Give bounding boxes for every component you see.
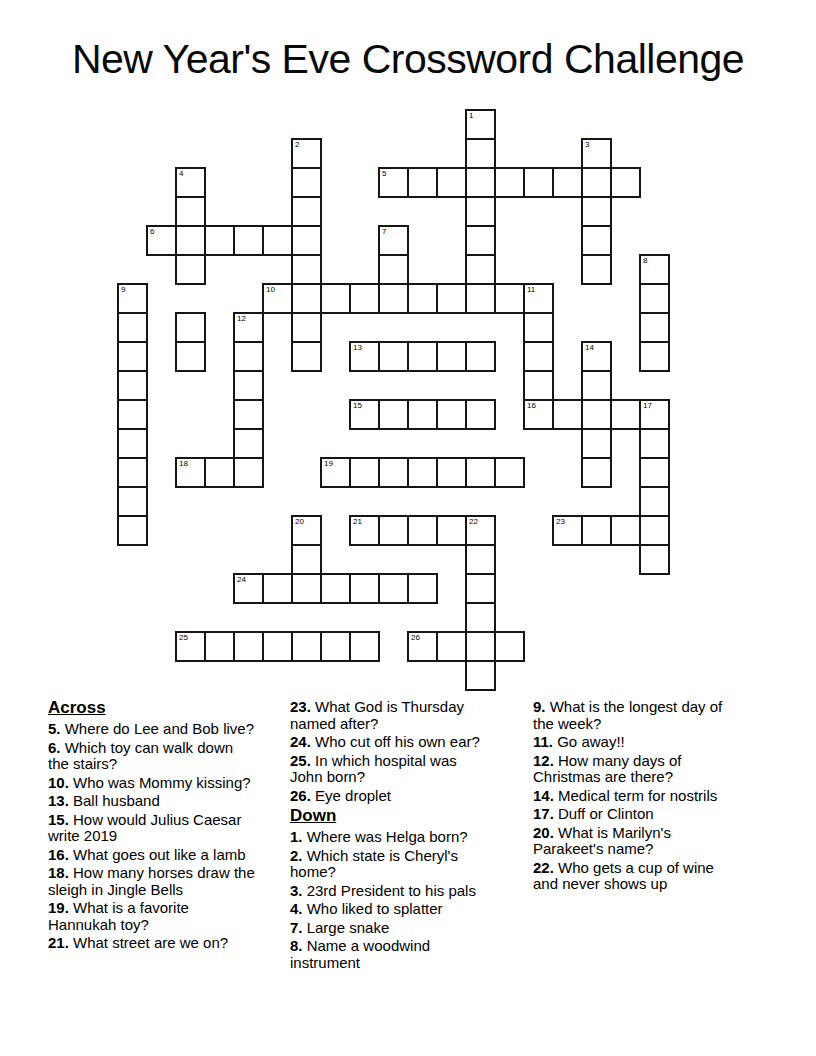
grid-cell[interactable]: 16 — [523, 399, 554, 430]
grid-cell[interactable] — [262, 225, 293, 256]
clue-down-2: 2. Which state is Cheryl's home? — [290, 848, 491, 881]
clue-across-26: 26. Eye droplet — [290, 788, 491, 805]
grid-cell[interactable] — [407, 167, 438, 198]
grid-cell[interactable]: 7 — [378, 225, 409, 256]
grid-cell[interactable] — [291, 225, 322, 256]
grid-cell[interactable] — [233, 457, 264, 488]
grid-cell[interactable] — [407, 515, 438, 546]
clue-across-23: 23. What God is Thursday named after? — [290, 699, 491, 732]
cell-number: 5 — [382, 169, 386, 179]
clue-across-24: 24. Who cut off his own ear? — [290, 734, 491, 751]
grid-cell[interactable] — [436, 457, 467, 488]
clue-number: 21. — [48, 934, 69, 951]
grid-cell[interactable] — [349, 283, 380, 314]
cell-number: 20 — [295, 517, 304, 527]
grid-cell[interactable] — [581, 428, 612, 459]
grid-cell[interactable] — [465, 225, 496, 256]
grid-cell[interactable] — [552, 399, 583, 430]
grid-cell[interactable] — [436, 341, 467, 372]
cell-number: 14 — [585, 343, 594, 353]
clue-down-4: 4. Who liked to splatter — [290, 901, 491, 918]
grid-cell[interactable] — [262, 631, 293, 662]
cell-number: 18 — [179, 459, 188, 469]
grid-cell[interactable] — [465, 573, 496, 604]
grid-cell[interactable] — [436, 283, 467, 314]
grid-cell[interactable] — [291, 573, 322, 604]
grid-cell[interactable]: 9 — [117, 283, 148, 314]
grid-cell[interactable] — [610, 515, 641, 546]
grid-cell[interactable] — [117, 428, 148, 459]
grid-cell[interactable] — [233, 370, 264, 401]
grid-cell[interactable] — [465, 457, 496, 488]
grid-cell[interactable] — [639, 457, 670, 488]
clue-down-22: 22. Who gets a cup of wine and never sho… — [533, 860, 740, 893]
clue-down-9: 9. What is the longest day of the week? — [533, 699, 740, 732]
grid-cell[interactable] — [262, 573, 293, 604]
clue-down-20: 20. What is Marilyn's Parakeet's name? — [533, 825, 740, 858]
clue-across-25: 25. In which hospital was John born? — [290, 753, 491, 786]
grid-cell[interactable] — [639, 341, 670, 372]
grid-cell[interactable] — [378, 515, 409, 546]
grid-cell[interactable] — [233, 399, 264, 430]
grid-cell[interactable]: 5 — [378, 167, 409, 198]
grid-cell[interactable]: 15 — [349, 399, 380, 430]
grid-cell[interactable]: 10 — [262, 283, 293, 314]
grid-cell[interactable]: 23 — [552, 515, 583, 546]
grid-cell[interactable]: 19 — [320, 457, 351, 488]
grid-cell[interactable] — [407, 573, 438, 604]
grid-cell[interactable] — [465, 399, 496, 430]
clue-number: 5. — [48, 720, 61, 737]
cell-number: 3 — [585, 140, 589, 150]
clue-number: 11. — [533, 733, 553, 750]
grid-cell[interactable] — [494, 283, 525, 314]
grid-cell[interactable] — [175, 341, 206, 372]
grid-cell[interactable] — [407, 341, 438, 372]
grid-cell[interactable] — [407, 283, 438, 314]
down-heading: Down — [290, 807, 491, 825]
grid-cell[interactable] — [523, 167, 554, 198]
clue-number: 3. — [290, 882, 303, 899]
cell-number: 21 — [353, 517, 362, 527]
grid-cell[interactable] — [204, 225, 235, 256]
cell-number: 1 — [469, 111, 473, 121]
cell-number: 11 — [527, 285, 535, 295]
grid-cell[interactable] — [465, 544, 496, 575]
grid-cell[interactable] — [320, 283, 351, 314]
cell-number: 23 — [556, 517, 565, 527]
grid-cell[interactable]: 17 — [639, 399, 670, 430]
grid-cell[interactable] — [233, 341, 264, 372]
clue-number: 10. — [48, 774, 69, 791]
clue-down-1: 1. Where was Helga born? — [290, 829, 491, 846]
grid-cell[interactable]: 1 — [465, 109, 496, 140]
grid-cell[interactable] — [233, 428, 264, 459]
grid-cell[interactable] — [117, 457, 148, 488]
grid-cell[interactable]: 24 — [233, 573, 264, 604]
grid-cell[interactable]: 14 — [581, 341, 612, 372]
cell-number: 7 — [382, 227, 386, 237]
grid-cell[interactable] — [639, 486, 670, 517]
clue-down-11: 11. Go away!! — [533, 734, 740, 751]
clue-number: 20. — [533, 824, 554, 841]
clues-column-2: 23. What God is Thursday named after?24.… — [290, 699, 491, 973]
grid-cell[interactable]: 11 — [523, 283, 554, 314]
grid-cell[interactable] — [581, 457, 612, 488]
grid-cell[interactable] — [581, 254, 612, 285]
clue-down-14: 14. Medical term for nostrils — [533, 788, 740, 805]
grid-cell[interactable]: 4 — [175, 167, 206, 198]
grid-cell[interactable] — [117, 515, 148, 546]
grid-cell[interactable] — [465, 341, 496, 372]
grid-cell[interactable] — [639, 544, 670, 575]
grid-cell[interactable] — [378, 283, 409, 314]
cell-number: 22 — [469, 517, 478, 527]
grid-cell[interactable] — [639, 428, 670, 459]
grid-cell[interactable]: 26 — [407, 631, 438, 662]
cell-number: 16 — [527, 401, 536, 411]
clue-number: 14. — [533, 787, 554, 804]
grid-cell[interactable] — [407, 457, 438, 488]
grid-cell[interactable] — [349, 631, 380, 662]
grid-cell[interactable] — [233, 225, 264, 256]
clue-number: 1. — [290, 828, 303, 845]
grid-cell[interactable] — [639, 283, 670, 314]
clue-number: 25. — [290, 752, 311, 769]
grid-cell[interactable]: 8 — [639, 254, 670, 285]
clue-across-6: 6. Which toy can walk down the stairs? — [48, 740, 256, 773]
grid-cell[interactable]: 18 — [175, 457, 206, 488]
grid-cell[interactable] — [465, 660, 496, 691]
grid-cell[interactable] — [233, 631, 264, 662]
clue-number: 16. — [48, 846, 69, 863]
cell-number: 10 — [266, 285, 275, 295]
grid-cell[interactable] — [494, 631, 525, 662]
grid-cell[interactable] — [320, 631, 351, 662]
grid-cell[interactable] — [175, 312, 206, 343]
grid-cell[interactable] — [581, 225, 612, 256]
grid-cell[interactable] — [320, 573, 351, 604]
across-heading: Across — [48, 699, 256, 717]
cell-number: 9 — [121, 285, 125, 295]
clue-across-5: 5. Where do Lee and Bob live? — [48, 721, 256, 738]
grid-cell[interactable] — [581, 399, 612, 430]
clue-down-7: 7. Large snake — [290, 920, 491, 937]
clue-across-18: 18. How many horses draw the sleigh in J… — [48, 865, 256, 898]
clue-number: 26. — [290, 787, 311, 804]
grid-cell[interactable]: 25 — [175, 631, 206, 662]
grid-cell[interactable] — [523, 312, 554, 343]
grid-cell[interactable] — [378, 573, 409, 604]
grid-cell[interactable] — [465, 167, 496, 198]
clue-number: 17. — [533, 805, 554, 822]
grid-cell[interactable] — [465, 196, 496, 227]
grid-cell[interactable] — [291, 631, 322, 662]
grid-cell[interactable] — [378, 341, 409, 372]
grid-cell[interactable] — [291, 283, 322, 314]
grid-cell[interactable] — [117, 370, 148, 401]
grid-cell[interactable] — [349, 457, 380, 488]
clue-across-19: 19. What is a favorite Hannukah toy? — [48, 900, 256, 933]
grid-cell[interactable]: 20 — [291, 515, 322, 546]
grid-cell[interactable]: 13 — [349, 341, 380, 372]
grid-cell[interactable] — [436, 167, 467, 198]
clue-across-15: 15. How would Julius Caesar write 2019 — [48, 812, 256, 845]
clue-number: 9. — [533, 698, 546, 715]
cell-number: 6 — [150, 227, 154, 237]
grid-cell[interactable] — [204, 631, 235, 662]
clue-number: 6. — [48, 739, 61, 756]
grid-cell[interactable] — [117, 486, 148, 517]
cell-number: 13 — [353, 343, 362, 353]
clue-number: 4. — [290, 900, 303, 917]
grid-cell[interactable] — [465, 138, 496, 169]
grid-cell[interactable] — [581, 196, 612, 227]
clue-number: 18. — [48, 864, 69, 881]
grid-cell[interactable] — [465, 602, 496, 633]
crossword-grid: 1234567891011121314151617181920212223242… — [0, 0, 816, 700]
grid-cell[interactable] — [523, 370, 554, 401]
grid-cell[interactable] — [523, 341, 554, 372]
grid-cell[interactable]: 22 — [465, 515, 496, 546]
cell-number: 24 — [237, 575, 246, 585]
clue-across-21: 21. What street are we on? — [48, 935, 256, 952]
grid-cell[interactable] — [494, 167, 525, 198]
grid-cell[interactable] — [291, 196, 322, 227]
grid-cell[interactable] — [349, 573, 380, 604]
clue-number: 8. — [290, 937, 303, 954]
grid-cell[interactable] — [378, 254, 409, 285]
clue-across-10: 10. Who was Mommy kissing? — [48, 775, 256, 792]
grid-cell[interactable] — [204, 457, 235, 488]
grid-cell[interactable]: 21 — [349, 515, 380, 546]
grid-cell[interactable] — [436, 631, 467, 662]
grid-cell[interactable] — [378, 399, 409, 430]
clue-across-13: 13. Ball husband — [48, 793, 256, 810]
clue-number: 24. — [290, 733, 311, 750]
cell-number: 25 — [179, 633, 188, 643]
cell-number: 4 — [179, 169, 183, 179]
cell-number: 15 — [353, 401, 362, 411]
clue-number: 12. — [533, 752, 554, 769]
grid-cell[interactable] — [581, 515, 612, 546]
cell-number: 8 — [643, 256, 647, 266]
grid-cell[interactable] — [581, 370, 612, 401]
clue-down-3: 3. 23rd President to his pals — [290, 883, 491, 900]
grid-cell[interactable] — [117, 341, 148, 372]
grid-cell[interactable]: 2 — [291, 138, 322, 169]
cell-number: 2 — [295, 140, 299, 150]
clue-number: 19. — [48, 899, 69, 916]
cell-number: 19 — [324, 459, 333, 469]
grid-cell[interactable] — [175, 254, 206, 285]
grid-cell[interactable] — [117, 399, 148, 430]
grid-cell[interactable] — [175, 196, 206, 227]
clue-down-17: 17. Duff or Clinton — [533, 806, 740, 823]
grid-cell[interactable] — [465, 283, 496, 314]
cell-number: 12 — [237, 314, 246, 324]
grid-cell[interactable] — [610, 167, 641, 198]
grid-cell[interactable]: 3 — [581, 138, 612, 169]
grid-cell[interactable] — [436, 399, 467, 430]
grid-cell[interactable] — [291, 254, 322, 285]
clue-number: 15. — [48, 811, 69, 828]
grid-cell[interactable]: 12 — [233, 312, 264, 343]
grid-cell[interactable] — [465, 631, 496, 662]
grid-cell[interactable] — [291, 341, 322, 372]
clue-down-8: 8. Name a woodwind instrument — [290, 938, 491, 971]
grid-cell[interactable] — [639, 312, 670, 343]
grid-cell[interactable] — [581, 167, 612, 198]
grid-cell[interactable] — [436, 515, 467, 546]
grid-cell[interactable] — [291, 544, 322, 575]
clue-number: 2. — [290, 847, 303, 864]
clue-number: 22. — [533, 859, 554, 876]
grid-cell[interactable] — [117, 312, 148, 343]
grid-cell[interactable] — [407, 399, 438, 430]
clues-column-3: 9. What is the longest day of the week?1… — [533, 699, 740, 895]
grid-cell[interactable] — [639, 515, 670, 546]
clue-number: 23. — [290, 698, 311, 715]
cell-number: 17 — [643, 401, 652, 411]
clue-across-16: 16. What goes out like a lamb — [48, 847, 256, 864]
clue-down-12: 12. How many days of Christmas are there… — [533, 753, 740, 786]
grid-cell[interactable]: 6 — [146, 225, 177, 256]
grid-cell[interactable] — [291, 312, 322, 343]
grid-cell[interactable] — [291, 167, 322, 198]
clue-number: 13. — [48, 792, 69, 809]
grid-cell[interactable] — [378, 457, 409, 488]
grid-cell[interactable] — [494, 457, 525, 488]
grid-cell[interactable] — [610, 399, 641, 430]
grid-cell[interactable] — [175, 225, 206, 256]
cell-number: 26 — [411, 633, 420, 643]
grid-cell[interactable] — [465, 254, 496, 285]
clue-number: 7. — [290, 919, 303, 936]
grid-cell[interactable] — [552, 167, 583, 198]
clues-column-1: Across5. Where do Lee and Bob live?6. Wh… — [48, 699, 256, 954]
